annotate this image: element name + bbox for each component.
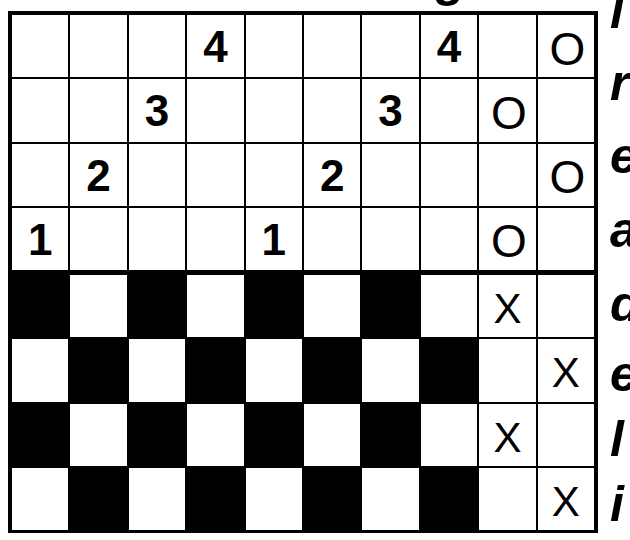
cell-r3c4[interactable] <box>187 144 243 206</box>
cell-r1c6[interactable] <box>304 15 360 77</box>
o-mark: O <box>546 21 585 72</box>
row-label-4: a <box>610 205 630 255</box>
cell-r1c7[interactable] <box>362 15 418 77</box>
cell-r4c10[interactable] <box>538 208 594 270</box>
cell-r1c9[interactable] <box>479 15 535 77</box>
o-mark: O <box>546 149 585 200</box>
cell-r2c9[interactable]: O <box>479 79 535 141</box>
o-mark: O <box>488 213 527 264</box>
cell-r2c4[interactable] <box>187 79 243 141</box>
cell-r3c6[interactable]: 2 <box>304 144 360 206</box>
cell-r3c1[interactable] <box>12 144 68 206</box>
cell-r1c1[interactable] <box>12 15 68 77</box>
clue-number: 4 <box>203 23 227 69</box>
clue-number: 3 <box>145 87 169 133</box>
cell-r2c3[interactable]: 3 <box>129 79 185 141</box>
cell-r6c5[interactable] <box>246 339 302 401</box>
cell-r8c10[interactable]: X <box>538 468 594 530</box>
cell-r7c7[interactable] <box>362 404 418 466</box>
clue-number: 2 <box>320 152 344 198</box>
cell-r5c8[interactable] <box>421 275 477 337</box>
cell-r3c2[interactable]: 2 <box>70 144 126 206</box>
cell-r1c10[interactable]: O <box>538 15 594 77</box>
x-mark: X <box>493 411 521 459</box>
cell-r4c9[interactable]: O <box>479 208 535 270</box>
cell-r2c8[interactable] <box>421 79 477 141</box>
clue-number: 4 <box>437 23 461 69</box>
cell-r1c5[interactable] <box>246 15 302 77</box>
cell-r4c4[interactable] <box>187 208 243 270</box>
cell-r4c1[interactable]: 1 <box>12 208 68 270</box>
cell-r1c8[interactable]: 4 <box>421 15 477 77</box>
cell-r7c10[interactable] <box>538 404 594 466</box>
row-label-6: e <box>610 349 630 399</box>
cell-r6c2[interactable] <box>70 339 126 401</box>
cell-r3c10[interactable]: O <box>538 144 594 206</box>
cell-r8c4[interactable] <box>187 468 243 530</box>
cell-r2c6[interactable] <box>304 79 360 141</box>
cell-r3c5[interactable] <box>246 144 302 206</box>
row-label-3: e <box>610 131 630 181</box>
cell-r4c7[interactable] <box>362 208 418 270</box>
cell-r8c8[interactable] <box>421 468 477 530</box>
cell-r1c4[interactable]: 4 <box>187 15 243 77</box>
cell-r6c9[interactable] <box>479 339 535 401</box>
cell-r3c7[interactable] <box>362 144 418 206</box>
cell-r3c9[interactable] <box>479 144 535 206</box>
row-label-2: r <box>610 58 629 108</box>
cell-r8c6[interactable] <box>304 468 360 530</box>
cell-r8c3[interactable] <box>129 468 185 530</box>
cell-r3c8[interactable] <box>421 144 477 206</box>
partial-letter-g: g <box>436 0 467 4</box>
o-mark: O <box>488 85 527 136</box>
cell-r6c4[interactable] <box>187 339 243 401</box>
cell-r6c3[interactable] <box>129 339 185 401</box>
cell-r7c1[interactable] <box>12 404 68 466</box>
x-mark: X <box>493 282 521 330</box>
cell-r5c10[interactable] <box>538 275 594 337</box>
cell-r4c5[interactable]: 1 <box>246 208 302 270</box>
cell-r7c3[interactable] <box>129 404 185 466</box>
cell-r2c10[interactable] <box>538 79 594 141</box>
cell-r5c9[interactable]: X <box>479 275 535 337</box>
puzzle-board: 44O33O22O11OXXXX <box>8 11 598 533</box>
row-label-8: i <box>610 479 624 529</box>
cell-r7c5[interactable] <box>246 404 302 466</box>
cell-r5c5[interactable] <box>246 275 302 337</box>
cell-r8c9[interactable] <box>479 468 535 530</box>
cell-r5c6[interactable] <box>304 275 360 337</box>
cell-r6c8[interactable] <box>421 339 477 401</box>
cell-r3c3[interactable] <box>129 144 185 206</box>
cell-r4c8[interactable] <box>421 208 477 270</box>
cell-r1c3[interactable] <box>129 15 185 77</box>
cell-r4c3[interactable] <box>129 208 185 270</box>
cell-r8c5[interactable] <box>246 468 302 530</box>
x-mark: X <box>552 475 580 523</box>
cell-r6c6[interactable] <box>304 339 360 401</box>
row-label-5: d <box>610 279 630 329</box>
cell-r2c2[interactable] <box>70 79 126 141</box>
cell-r8c7[interactable] <box>362 468 418 530</box>
cell-r2c1[interactable] <box>12 79 68 141</box>
cell-r1c2[interactable] <box>70 15 126 77</box>
clue-number: 2 <box>86 152 110 198</box>
cell-r7c9[interactable]: X <box>479 404 535 466</box>
section-divider-line <box>12 272 594 273</box>
cell-r8c2[interactable] <box>70 468 126 530</box>
cell-r6c10[interactable]: X <box>538 339 594 401</box>
cell-r7c2[interactable] <box>70 404 126 466</box>
cell-r6c1[interactable] <box>12 339 68 401</box>
x-mark: X <box>552 346 580 394</box>
cell-r7c6[interactable] <box>304 404 360 466</box>
cell-r4c2[interactable] <box>70 208 126 270</box>
cell-r8c1[interactable] <box>12 468 68 530</box>
cell-r5c3[interactable] <box>129 275 185 337</box>
cell-r7c4[interactable] <box>187 404 243 466</box>
cell-r5c7[interactable] <box>362 275 418 337</box>
row-label-1: l <box>610 0 624 36</box>
clue-number: 1 <box>28 216 52 262</box>
cell-r5c2[interactable] <box>70 275 126 337</box>
cell-r2c5[interactable] <box>246 79 302 141</box>
cell-r5c4[interactable] <box>187 275 243 337</box>
row-label-7: l <box>610 414 624 464</box>
cell-r6c7[interactable] <box>362 339 418 401</box>
clue-number: 3 <box>378 87 402 133</box>
cell-r2c7[interactable]: 3 <box>362 79 418 141</box>
cell-r5c1[interactable] <box>12 275 68 337</box>
cell-r7c8[interactable] <box>421 404 477 466</box>
clue-number: 1 <box>262 216 286 262</box>
cell-r4c6[interactable] <box>304 208 360 270</box>
